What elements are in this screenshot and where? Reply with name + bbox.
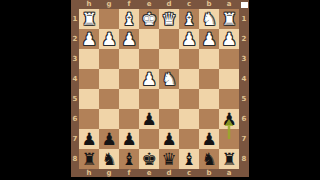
square-d8[interactable]: ♛	[159, 149, 179, 169]
square-h4[interactable]	[79, 69, 99, 89]
file-label: b	[199, 0, 219, 9]
square-a3[interactable]	[219, 49, 239, 69]
square-c5[interactable]	[179, 89, 199, 109]
square-f1[interactable]: ♝	[119, 9, 139, 29]
square-f5[interactable]	[119, 89, 139, 109]
white-pawn[interactable]: ♟	[179, 29, 199, 49]
black-pawn[interactable]: ♟	[99, 129, 119, 149]
square-g6[interactable]	[99, 109, 119, 129]
square-f7[interactable]: ♟	[119, 129, 139, 149]
white-king[interactable]: ♚	[139, 9, 159, 29]
rank-label: 4	[239, 69, 249, 89]
rank-label: 6	[239, 109, 249, 129]
black-queen[interactable]: ♛	[159, 149, 179, 169]
white-knight[interactable]: ♞	[159, 69, 179, 89]
square-h5[interactable]	[79, 89, 99, 109]
square-h1[interactable]: ♜	[79, 9, 99, 29]
square-d7[interactable]: ♟	[159, 129, 179, 149]
square-c1[interactable]: ♝	[179, 9, 199, 29]
square-b8[interactable]: ♞	[199, 149, 219, 169]
square-c3[interactable]	[179, 49, 199, 69]
square-d1[interactable]: ♛	[159, 9, 179, 29]
square-g2[interactable]: ♟	[99, 29, 119, 49]
square-a2[interactable]: ♟	[219, 29, 239, 49]
black-bishop[interactable]: ♝	[179, 149, 199, 169]
white-to-move-indicator	[241, 2, 248, 8]
square-h8[interactable]: ♜	[79, 149, 99, 169]
white-rook[interactable]: ♜	[219, 9, 239, 29]
rank-labels-left: 12345678	[71, 9, 79, 169]
rank-label: 3	[71, 49, 79, 69]
white-queen[interactable]: ♛	[159, 9, 179, 29]
square-g4[interactable]	[99, 69, 119, 89]
square-e6[interactable]: ♟	[139, 109, 159, 129]
black-pawn[interactable]: ♟	[219, 109, 239, 129]
rank-label: 4	[71, 69, 79, 89]
square-a1[interactable]: ♜	[219, 9, 239, 29]
black-knight[interactable]: ♞	[99, 149, 119, 169]
square-g5[interactable]	[99, 89, 119, 109]
square-a6[interactable]: ♟	[219, 109, 239, 129]
white-pawn[interactable]: ♟	[219, 29, 239, 49]
square-e7[interactable]	[139, 129, 159, 149]
black-pawn[interactable]: ♟	[119, 129, 139, 149]
square-c6[interactable]	[179, 109, 199, 129]
square-b1[interactable]: ♞	[199, 9, 219, 29]
square-h7[interactable]: ♟	[79, 129, 99, 149]
white-pawn[interactable]: ♟	[119, 29, 139, 49]
rank-label: 5	[239, 89, 249, 109]
square-c8[interactable]: ♝	[179, 149, 199, 169]
white-bishop[interactable]: ♝	[119, 9, 139, 29]
black-pawn[interactable]: ♟	[79, 129, 99, 149]
square-g1[interactable]	[99, 9, 119, 29]
black-rook[interactable]: ♜	[219, 149, 239, 169]
black-pawn[interactable]: ♟	[199, 129, 219, 149]
square-e2[interactable]	[139, 29, 159, 49]
white-pawn[interactable]: ♟	[199, 29, 219, 49]
square-g3[interactable]	[99, 49, 119, 69]
square-b7[interactable]: ♟	[199, 129, 219, 149]
rank-label: 1	[239, 9, 249, 29]
rank-label: 7	[239, 129, 249, 149]
square-c7[interactable]	[179, 129, 199, 149]
square-e1[interactable]: ♚	[139, 9, 159, 29]
rank-label: 3	[239, 49, 249, 69]
rank-label: 1	[71, 9, 79, 29]
file-label: e	[139, 169, 159, 177]
square-d3[interactable]	[159, 49, 179, 69]
rank-labels-right: 12345678	[239, 9, 249, 169]
square-a4[interactable]	[219, 69, 239, 89]
file-label: c	[179, 169, 199, 177]
black-king[interactable]: ♚	[139, 149, 159, 169]
file-label: g	[99, 169, 119, 177]
square-d2[interactable]	[159, 29, 179, 49]
square-f3[interactable]	[119, 49, 139, 69]
square-f2[interactable]: ♟	[119, 29, 139, 49]
black-knight[interactable]: ♞	[199, 149, 219, 169]
rank-label: 6	[71, 109, 79, 129]
white-pawn[interactable]: ♟	[139, 69, 159, 89]
square-e8[interactable]: ♚	[139, 149, 159, 169]
square-e3[interactable]	[139, 49, 159, 69]
square-f6[interactable]	[119, 109, 139, 129]
white-bishop[interactable]: ♝	[179, 9, 199, 29]
chess-app: hgfedcba hgfedcba 12345678 12345678 ♜♝♚♛…	[0, 0, 320, 180]
square-g8[interactable]: ♞	[99, 149, 119, 169]
file-labels-bottom: hgfedcba	[79, 169, 239, 177]
square-g7[interactable]: ♟	[99, 129, 119, 149]
white-pawn[interactable]: ♟	[99, 29, 119, 49]
square-d6[interactable]	[159, 109, 179, 129]
file-labels-top: hgfedcba	[79, 0, 239, 9]
square-h3[interactable]	[79, 49, 99, 69]
black-rook[interactable]: ♜	[79, 149, 99, 169]
file-label: a	[219, 0, 239, 9]
square-d4[interactable]: ♞	[159, 69, 179, 89]
square-c4[interactable]	[179, 69, 199, 89]
square-e5[interactable]	[139, 89, 159, 109]
square-d5[interactable]	[159, 89, 179, 109]
file-label: e	[139, 0, 159, 9]
square-b2[interactable]: ♟	[199, 29, 219, 49]
file-label: d	[159, 169, 179, 177]
white-pawn[interactable]: ♟	[79, 29, 99, 49]
square-f8[interactable]: ♝	[119, 149, 139, 169]
square-b5[interactable]	[199, 89, 219, 109]
black-pawn[interactable]: ♟	[139, 109, 159, 129]
rank-label: 7	[71, 129, 79, 149]
rank-label: 5	[71, 89, 79, 109]
file-label: f	[119, 0, 139, 9]
file-label: c	[179, 0, 199, 9]
rank-label: 8	[239, 149, 249, 169]
square-a5[interactable]	[219, 89, 239, 109]
file-label: a	[219, 169, 239, 177]
square-b3[interactable]	[199, 49, 219, 69]
file-label: h	[79, 0, 99, 9]
square-a7[interactable]	[219, 129, 239, 149]
black-bishop[interactable]: ♝	[119, 149, 139, 169]
rank-label: 8	[71, 149, 79, 169]
rank-label: 2	[71, 29, 79, 49]
file-label: g	[99, 0, 119, 9]
file-label: f	[119, 169, 139, 177]
rank-label: 2	[239, 29, 249, 49]
square-e4[interactable]: ♟	[139, 69, 159, 89]
square-c2[interactable]: ♟	[179, 29, 199, 49]
square-h2[interactable]: ♟	[79, 29, 99, 49]
square-b6[interactable]	[199, 109, 219, 129]
square-h6[interactable]	[79, 109, 99, 129]
file-label: b	[199, 169, 219, 177]
square-a8[interactable]: ♜	[219, 149, 239, 169]
white-knight[interactable]: ♞	[199, 9, 219, 29]
white-rook[interactable]: ♜	[79, 9, 99, 29]
board-grid: ♜♝♚♛♝♞♜♟♟♟♟♟♟♟♞♟♟♟♟♟♟♟♜♞♝♚♛♝♞♜	[79, 9, 239, 169]
square-f4[interactable]	[119, 69, 139, 89]
black-pawn[interactable]: ♟	[159, 129, 179, 149]
file-label: d	[159, 0, 179, 9]
file-label: h	[79, 169, 99, 177]
square-b4[interactable]	[199, 69, 219, 89]
